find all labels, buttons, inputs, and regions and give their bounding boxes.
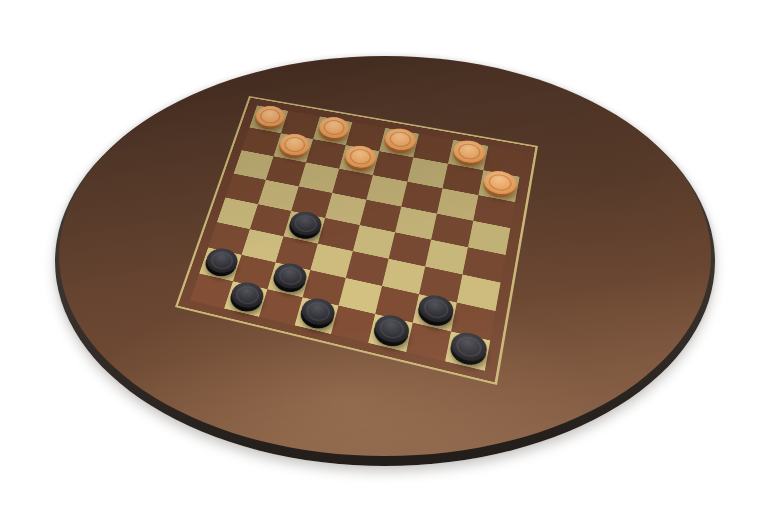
checker-piece-tan[interactable] xyxy=(277,131,312,157)
checker-piece-tan[interactable] xyxy=(253,104,287,129)
checker-piece-black[interactable] xyxy=(287,209,324,238)
checker-piece-tan[interactable] xyxy=(481,168,518,196)
checker-piece-black[interactable] xyxy=(203,245,241,275)
scene xyxy=(0,0,767,508)
checker-piece-tan[interactable] xyxy=(316,115,351,140)
checker-piece-tan[interactable] xyxy=(342,143,378,170)
checker-piece-black[interactable] xyxy=(228,279,266,311)
checker-piece-black[interactable] xyxy=(271,260,309,291)
checker-piece-tan[interactable] xyxy=(451,138,487,165)
checker-piece-tan[interactable] xyxy=(382,126,417,152)
checker-piece-black[interactable] xyxy=(416,292,455,325)
checker-piece-black[interactable] xyxy=(298,295,337,328)
checker-piece-black[interactable] xyxy=(448,329,488,364)
checker-piece-black[interactable] xyxy=(372,312,412,346)
